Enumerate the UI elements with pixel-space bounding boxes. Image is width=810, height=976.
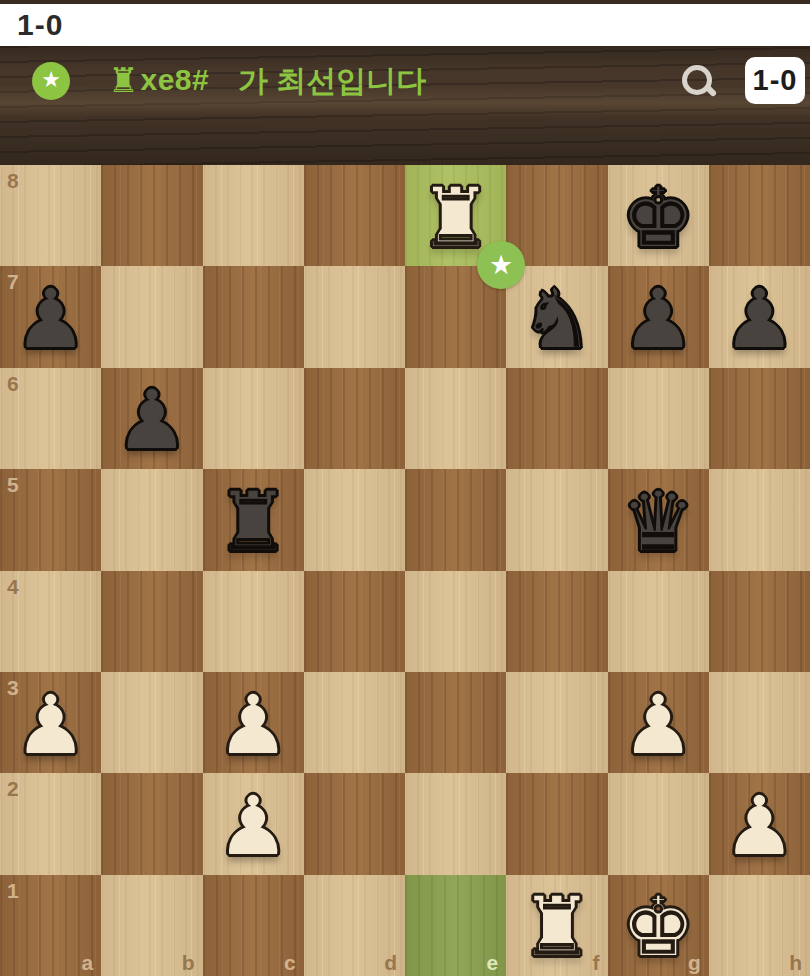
rank-label-4: 4 xyxy=(7,576,19,597)
white-pawn: ♟ xyxy=(722,780,797,868)
best-move-message: 가 최선입니다 xyxy=(238,63,426,99)
rank-label-1: 1 xyxy=(7,880,19,901)
square-b1[interactable]: b xyxy=(101,875,202,976)
best-move-badge-icon: ★ xyxy=(477,241,525,289)
rank-label-2: 2 xyxy=(7,778,19,799)
square-c2[interactable]: ♟ xyxy=(203,773,304,874)
square-a6[interactable]: 6 xyxy=(0,368,101,469)
file-label-g: g xyxy=(688,952,701,973)
star-icon: ★ xyxy=(489,251,513,280)
square-b5[interactable] xyxy=(101,469,202,570)
white-rook: ♜ xyxy=(418,172,493,260)
game-result-title: 1-0 xyxy=(17,8,63,42)
square-h5[interactable] xyxy=(709,469,810,570)
square-g4[interactable] xyxy=(608,571,709,672)
file-label-c: c xyxy=(284,952,296,973)
square-h6[interactable] xyxy=(709,368,810,469)
square-h4[interactable] xyxy=(709,571,810,672)
square-a3[interactable]: 3♟ xyxy=(0,672,101,773)
square-e5[interactable] xyxy=(405,469,506,570)
square-d2[interactable] xyxy=(304,773,405,874)
square-g8[interactable]: ♚ xyxy=(608,165,709,266)
best-move-label: ♜ xe8# xyxy=(108,60,209,100)
square-e2[interactable] xyxy=(405,773,506,874)
top-bar: 1-0 xyxy=(0,4,810,46)
square-h2[interactable]: ♟ xyxy=(709,773,810,874)
square-e3[interactable] xyxy=(405,672,506,773)
best-move-star-icon: ★ xyxy=(32,62,70,100)
square-f2[interactable] xyxy=(506,773,607,874)
best-move-san: xe8# xyxy=(140,63,209,97)
square-f1[interactable]: f♜ xyxy=(506,875,607,976)
black-king: ♚ xyxy=(620,172,695,260)
square-c7[interactable] xyxy=(203,266,304,367)
rank-label-5: 5 xyxy=(7,474,19,495)
rank-label-7: 7 xyxy=(7,271,19,292)
square-d7[interactable] xyxy=(304,266,405,367)
search-icon[interactable] xyxy=(682,65,714,97)
rook-icon: ♜ xyxy=(108,63,138,97)
square-d1[interactable]: d xyxy=(304,875,405,976)
square-c3[interactable]: ♟ xyxy=(203,672,304,773)
black-rook: ♜ xyxy=(215,476,290,564)
square-d3[interactable] xyxy=(304,672,405,773)
white-pawn: ♟ xyxy=(215,679,290,767)
square-b4[interactable] xyxy=(101,571,202,672)
white-pawn: ♟ xyxy=(13,679,88,767)
file-label-a: a xyxy=(82,952,94,973)
black-queen: ♛ xyxy=(620,476,695,564)
square-f3[interactable] xyxy=(506,672,607,773)
square-a1[interactable]: 1a xyxy=(0,875,101,976)
white-king: ♚ xyxy=(620,881,695,969)
square-e6[interactable] xyxy=(405,368,506,469)
square-a2[interactable]: 2 xyxy=(0,773,101,874)
black-pawn: ♟ xyxy=(620,273,695,361)
square-g3[interactable]: ♟ xyxy=(608,672,709,773)
rank-label-6: 6 xyxy=(7,373,19,394)
square-c8[interactable] xyxy=(203,165,304,266)
square-a7[interactable]: 7♟ xyxy=(0,266,101,367)
white-pawn: ♟ xyxy=(620,679,695,767)
square-h7[interactable]: ♟ xyxy=(709,266,810,367)
square-b7[interactable] xyxy=(101,266,202,367)
analysis-header: ★ ♜ xe8# 가 최선입니다 1-0 xyxy=(0,46,810,165)
square-d5[interactable] xyxy=(304,469,405,570)
square-g1[interactable]: g♚ xyxy=(608,875,709,976)
square-c1[interactable]: c xyxy=(203,875,304,976)
black-pawn: ♟ xyxy=(13,273,88,361)
square-f7[interactable]: ♞ xyxy=(506,266,607,367)
white-rook: ♜ xyxy=(519,881,594,969)
square-e4[interactable] xyxy=(405,571,506,672)
square-f4[interactable] xyxy=(506,571,607,672)
square-f6[interactable] xyxy=(506,368,607,469)
square-g6[interactable] xyxy=(608,368,709,469)
result-badge[interactable]: 1-0 xyxy=(745,57,805,104)
square-d6[interactable] xyxy=(304,368,405,469)
file-label-h: h xyxy=(789,952,802,973)
square-c6[interactable] xyxy=(203,368,304,469)
square-e1[interactable]: e xyxy=(405,875,506,976)
rank-label-8: 8 xyxy=(7,170,19,191)
square-c5[interactable]: ♜ xyxy=(203,469,304,570)
black-pawn: ♟ xyxy=(722,273,797,361)
square-b2[interactable] xyxy=(101,773,202,874)
square-b8[interactable] xyxy=(101,165,202,266)
chess-board[interactable]: ★ 8♜♚7♟♞♟♟6♟5♜♛43♟♟♟2♟♟1abcdef♜g♚h xyxy=(0,165,810,976)
file-label-d: d xyxy=(384,952,397,973)
square-a4[interactable]: 4 xyxy=(0,571,101,672)
black-pawn: ♟ xyxy=(114,374,189,462)
square-d4[interactable] xyxy=(304,571,405,672)
square-h8[interactable] xyxy=(709,165,810,266)
square-b3[interactable] xyxy=(101,672,202,773)
square-d8[interactable] xyxy=(304,165,405,266)
square-g2[interactable] xyxy=(608,773,709,874)
square-a5[interactable]: 5 xyxy=(0,469,101,570)
file-label-f: f xyxy=(593,952,600,973)
square-g5[interactable]: ♛ xyxy=(608,469,709,570)
square-a8[interactable]: 8 xyxy=(0,165,101,266)
file-label-b: b xyxy=(182,952,195,973)
square-h1[interactable]: h xyxy=(709,875,810,976)
square-f5[interactable] xyxy=(506,469,607,570)
square-f8[interactable] xyxy=(506,165,607,266)
square-c4[interactable] xyxy=(203,571,304,672)
square-b6[interactable]: ♟ xyxy=(101,368,202,469)
file-label-e: e xyxy=(487,952,499,973)
rank-label-3: 3 xyxy=(7,677,19,698)
square-h3[interactable] xyxy=(709,672,810,773)
square-g7[interactable]: ♟ xyxy=(608,266,709,367)
white-pawn: ♟ xyxy=(215,780,290,868)
app-screen: 1-0 ★ ♜ xe8# 가 최선입니다 1-0 ★ 8♜♚7♟♞♟♟6♟5♜♛… xyxy=(0,0,810,976)
black-knight: ♞ xyxy=(519,273,594,361)
star-icon: ★ xyxy=(41,69,61,93)
